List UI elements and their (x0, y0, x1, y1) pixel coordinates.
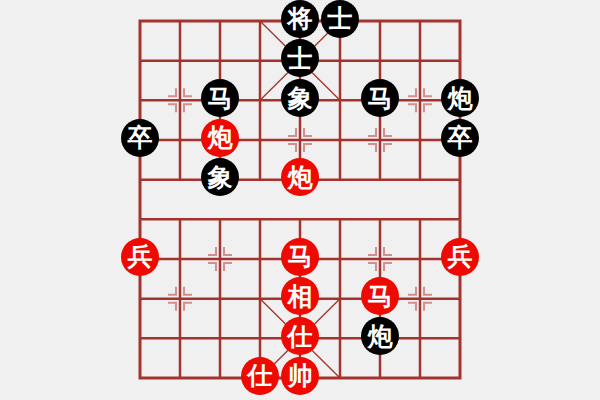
piece-red-soldier[interactable]: 兵 (121, 238, 159, 276)
piece-black-advisor[interactable]: 士 (281, 39, 319, 77)
piece-red-cannon[interactable]: 炮 (201, 119, 239, 157)
piece-black-horse[interactable]: 马 (201, 79, 239, 117)
piece-red-horse[interactable]: 马 (361, 277, 399, 315)
piece-black-soldier[interactable]: 卒 (121, 119, 159, 157)
piece-black-general[interactable]: 将 (281, 0, 319, 38)
piece-red-soldier[interactable]: 兵 (441, 238, 479, 276)
piece-black-horse[interactable]: 马 (361, 79, 399, 117)
piece-red-king[interactable]: 帅 (281, 357, 319, 395)
piece-red-horse[interactable]: 马 (281, 238, 319, 276)
piece-black-advisor[interactable]: 士 (321, 0, 359, 38)
piece-black-elephant[interactable]: 象 (201, 158, 239, 196)
xiangqi-board[interactable]: 将士士马象马炮卒炮卒象炮兵马兵相马仕炮仕帅 (120, 0, 480, 396)
piece-red-cannon[interactable]: 炮 (281, 158, 319, 196)
piece-red-advisor[interactable]: 仕 (241, 357, 279, 395)
piece-black-soldier[interactable]: 卒 (441, 119, 479, 157)
piece-black-elephant[interactable]: 象 (281, 79, 319, 117)
xiangqi-app: 将士士马象马炮卒炮卒象炮兵马兵相马仕炮仕帅 (0, 0, 600, 400)
piece-red-advisor[interactable]: 仕 (281, 317, 319, 355)
piece-black-cannon[interactable]: 炮 (361, 317, 399, 355)
piece-red-elephant[interactable]: 相 (281, 277, 319, 315)
piece-black-cannon[interactable]: 炮 (441, 79, 479, 117)
